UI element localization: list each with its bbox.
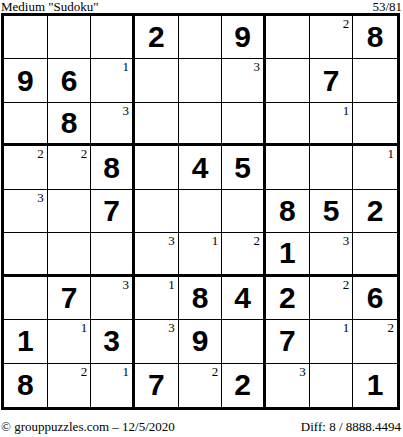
cell-r3c8[interactable]: 1 (310, 103, 354, 146)
cell-r1c6[interactable]: 9 (222, 16, 266, 59)
given-digit: 9 (234, 22, 251, 52)
cell-r4c6[interactable]: 5 (222, 146, 266, 189)
given-digit: 9 (192, 326, 209, 356)
cell-r7c9[interactable]: 6 (353, 277, 397, 320)
given-digit: 6 (61, 66, 78, 96)
given-digit: 2 (148, 22, 165, 52)
cell-r4c1[interactable]: 2 (4, 146, 48, 189)
cell-r7c7[interactable]: 2 (266, 277, 310, 320)
corner-mark: 1 (168, 278, 175, 291)
corner-mark: 2 (254, 234, 261, 247)
given-digit: 4 (192, 153, 209, 183)
corner-mark: 1 (123, 60, 130, 73)
cell-r6c6[interactable]: 2 (222, 233, 266, 276)
cell-r9c3[interactable]: 1 (91, 364, 135, 407)
cell-r2c9[interactable] (353, 59, 397, 102)
given-digit: 7 (148, 370, 165, 400)
cell-r2c8[interactable]: 7 (310, 59, 354, 102)
cell-r3c3[interactable]: 3 (91, 103, 135, 146)
cell-r7c5[interactable]: 8 (179, 277, 223, 320)
cell-r1c9[interactable]: 8 (353, 16, 397, 59)
given-digit: 8 (279, 196, 296, 226)
corner-mark: 3 (123, 104, 130, 117)
corner-mark: 1 (343, 321, 350, 334)
given-digit: 4 (234, 283, 251, 313)
cell-r2c5[interactable] (179, 59, 223, 102)
cell-r9c2[interactable]: 2 (48, 364, 92, 407)
corner-mark: 3 (168, 321, 175, 334)
cell-r4c4[interactable] (135, 146, 179, 189)
cell-r2c2[interactable]: 6 (48, 59, 92, 102)
given-digit: 8 (192, 283, 209, 313)
cell-r1c3[interactable] (91, 16, 135, 59)
cell-r7c6[interactable]: 4 (222, 277, 266, 320)
cell-r9c7[interactable]: 3 (266, 364, 310, 407)
given-digit: 7 (323, 66, 340, 96)
given-digit: 9 (17, 66, 34, 96)
cell-r5c1[interactable]: 3 (4, 190, 48, 233)
cell-r3c1[interactable] (4, 103, 48, 146)
corner-mark: 3 (168, 234, 175, 247)
given-digit: 7 (61, 283, 78, 313)
cell-r1c4[interactable]: 2 (135, 16, 179, 59)
cell-r9c1[interactable]: 8 (4, 364, 48, 407)
cell-r5c9[interactable]: 2 (353, 190, 397, 233)
cell-r7c4[interactable]: 1 (135, 277, 179, 320)
corner-mark: 3 (343, 234, 350, 247)
given-digit: 2 (367, 196, 384, 226)
corner-mark: 2 (388, 321, 395, 334)
cell-r8c1[interactable]: 1 (4, 320, 48, 363)
corner-mark: 2 (81, 365, 88, 378)
given-digit: 8 (103, 153, 120, 183)
header: Medium "Sudoku" 53/81 (0, 0, 403, 13)
cell-r6c9[interactable] (353, 233, 397, 276)
cell-r2c7[interactable] (266, 59, 310, 102)
cell-r1c2[interactable] (48, 16, 92, 59)
difficulty-text: Diff: 8 / 8888.4494 (301, 420, 401, 434)
corner-mark: 1 (81, 321, 88, 334)
given-digit: 1 (17, 326, 34, 356)
cell-r5c8[interactable]: 5 (310, 190, 354, 233)
cell-r2c6[interactable]: 3 (222, 59, 266, 102)
corner-mark: 1 (212, 234, 219, 247)
cell-r4c8[interactable] (310, 146, 354, 189)
cell-r2c3[interactable]: 1 (91, 59, 135, 102)
cell-r9c6[interactable]: 2 (222, 364, 266, 407)
cell-r9c4[interactable]: 7 (135, 364, 179, 407)
given-digit: 8 (17, 370, 34, 400)
cell-r4c7[interactable] (266, 146, 310, 189)
cell-r6c3[interactable] (91, 233, 135, 276)
given-digit: 6 (367, 283, 384, 313)
cell-r3c6[interactable] (222, 103, 266, 146)
cell-r5c5[interactable] (179, 190, 223, 233)
cell-r3c7[interactable] (266, 103, 310, 146)
cell-r1c1[interactable] (4, 16, 48, 59)
given-digit: 2 (279, 283, 296, 313)
cell-r9c5[interactable]: 2 (179, 364, 223, 407)
sudoku-page: Medium "Sudoku" 53/81 292896137831228451… (0, 0, 403, 437)
cell-r6c4[interactable]: 3 (135, 233, 179, 276)
cell-r8c7[interactable]: 7 (266, 320, 310, 363)
cell-r6c2[interactable] (48, 233, 92, 276)
corner-mark: 2 (212, 365, 219, 378)
corner-mark: 1 (388, 147, 395, 160)
given-digit: 8 (61, 108, 78, 138)
cell-r8c4[interactable]: 3 (135, 320, 179, 363)
given-digit: 5 (234, 153, 251, 183)
cell-r8c8[interactable]: 1 (310, 320, 354, 363)
cell-r4c3[interactable]: 8 (91, 146, 135, 189)
remaining-counter: 53/81 (372, 0, 402, 13)
corner-mark: 3 (123, 278, 130, 291)
cell-r8c2[interactable]: 1 (48, 320, 92, 363)
cell-r5c2[interactable] (48, 190, 92, 233)
cell-r5c6[interactable] (222, 190, 266, 233)
cell-r1c8[interactable]: 2 (310, 16, 354, 59)
corner-mark: 2 (343, 17, 350, 30)
cell-r4c2[interactable]: 2 (48, 146, 92, 189)
corner-mark: 1 (123, 365, 130, 378)
cell-r8c6[interactable] (222, 320, 266, 363)
given-digit: 7 (103, 196, 120, 226)
cell-r4c5[interactable]: 4 (179, 146, 223, 189)
cell-r7c1[interactable] (4, 277, 48, 320)
corner-mark: 3 (299, 365, 306, 378)
cell-r5c3[interactable]: 7 (91, 190, 135, 233)
cell-r4c9[interactable]: 1 (353, 146, 397, 189)
cell-r9c8[interactable] (310, 364, 354, 407)
given-digit: 8 (367, 22, 384, 52)
cell-r1c7[interactable] (266, 16, 310, 59)
given-digit: 5 (323, 196, 340, 226)
puzzle-title: Medium "Sudoku" (1, 0, 99, 13)
cell-r2c4[interactable] (135, 59, 179, 102)
cell-r6c1[interactable] (4, 233, 48, 276)
cell-r7c3[interactable]: 3 (91, 277, 135, 320)
sudoku-board: 2928961378312284513785231213731842261133… (1, 13, 400, 410)
given-digit: 3 (103, 326, 120, 356)
cell-r2c1[interactable]: 9 (4, 59, 48, 102)
cell-r6c7[interactable]: 1 (266, 233, 310, 276)
corner-mark: 3 (254, 60, 261, 73)
cell-r8c3[interactable]: 3 (91, 320, 135, 363)
corner-mark: 2 (37, 147, 44, 160)
cell-r3c5[interactable] (179, 103, 223, 146)
corner-mark: 2 (343, 278, 350, 291)
cell-r6c8[interactable]: 3 (310, 233, 354, 276)
cell-r7c8[interactable]: 2 (310, 277, 354, 320)
cell-r9c9[interactable]: 1 (353, 364, 397, 407)
cell-r8c5[interactable]: 9 (179, 320, 223, 363)
cell-r3c9[interactable] (353, 103, 397, 146)
cell-r8c9[interactable]: 2 (353, 320, 397, 363)
given-digit: 2 (234, 370, 251, 400)
cell-r3c4[interactable] (135, 103, 179, 146)
cell-r5c7[interactable]: 8 (266, 190, 310, 233)
corner-mark: 2 (81, 147, 88, 160)
given-digit: 1 (367, 370, 384, 400)
corner-mark: 1 (343, 104, 350, 117)
corner-mark: 3 (37, 191, 44, 204)
copyright-text: © grouppuzzles.com – 12/5/2020 (1, 420, 175, 434)
cell-r3c2[interactable]: 8 (48, 103, 92, 146)
given-digit: 1 (279, 238, 296, 268)
cell-r6c5[interactable]: 1 (179, 233, 223, 276)
cell-r1c5[interactable] (179, 16, 223, 59)
cell-r5c4[interactable] (135, 190, 179, 233)
cell-r7c2[interactable]: 7 (48, 277, 92, 320)
footer: © grouppuzzles.com – 12/5/2020 Diff: 8 /… (0, 420, 403, 434)
given-digit: 7 (279, 326, 296, 356)
